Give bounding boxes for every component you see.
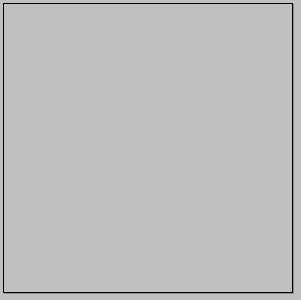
chess-board: [3, 3, 293, 293]
window-frame: [0, 0, 301, 300]
